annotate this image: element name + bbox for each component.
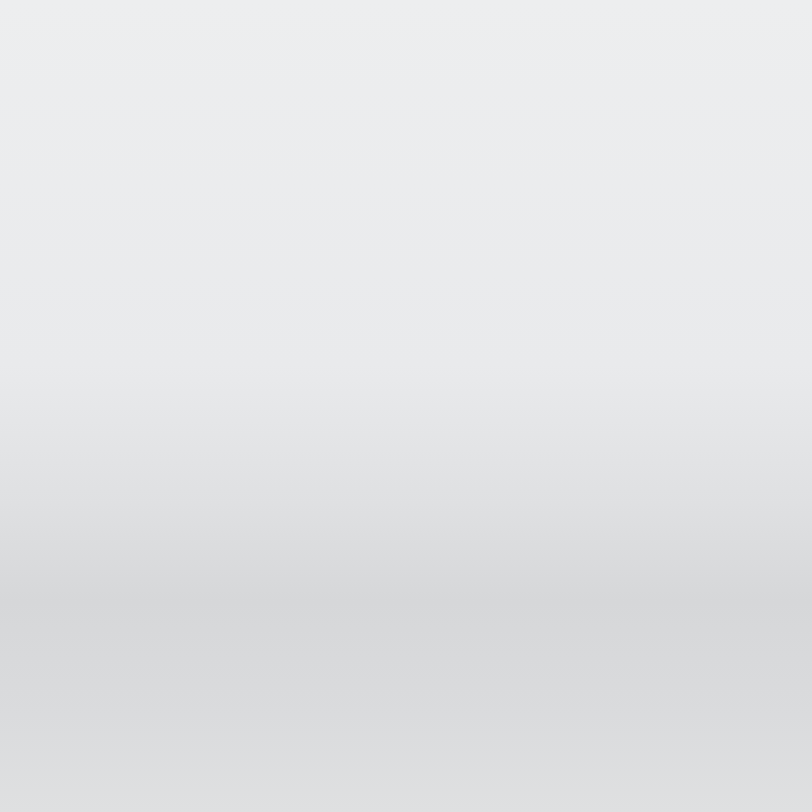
chess-set-photo-scene: [0, 0, 812, 812]
chess-board: [0, 0, 812, 812]
